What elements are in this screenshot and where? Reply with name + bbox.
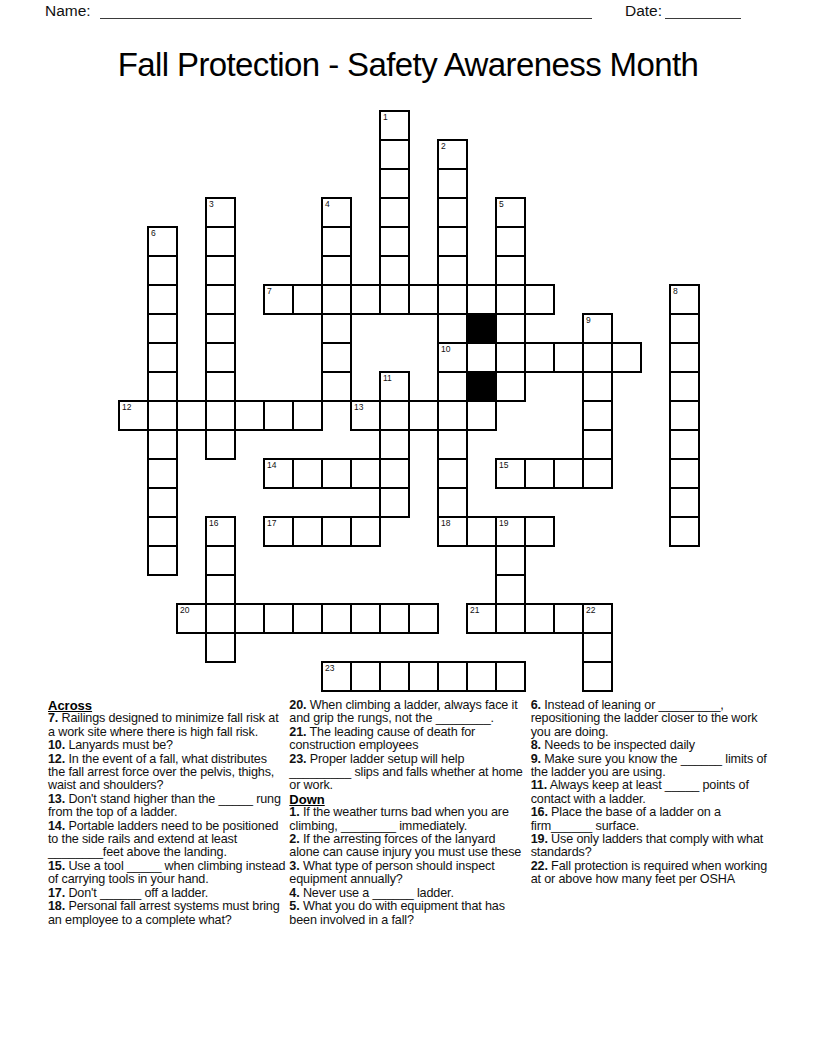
name-label: Name:: [45, 2, 91, 20]
grid-cell[interactable]: [466, 661, 497, 692]
clue-number: 6: [151, 228, 156, 238]
grid-cell[interactable]: [147, 429, 178, 460]
grid-cell[interactable]: [408, 284, 439, 315]
grid-cell[interactable]: [466, 400, 497, 431]
grid-cell[interactable]: [437, 487, 468, 518]
clue-across-18: 18. Personal fall arrest systems must br…: [48, 900, 285, 927]
date-label: Date:: [625, 2, 662, 20]
grid-cell[interactable]: 8: [669, 284, 700, 315]
grid-cell[interactable]: [234, 603, 265, 634]
grid-cell[interactable]: [669, 313, 700, 344]
grid-cell[interactable]: 13: [350, 400, 381, 431]
clue-number: 23: [325, 663, 334, 673]
grid-cell[interactable]: [553, 458, 584, 489]
grid-cell[interactable]: [263, 603, 294, 634]
clue-number-label: 14.: [48, 819, 65, 833]
grid-cell[interactable]: [379, 139, 410, 170]
grid-cell[interactable]: [495, 255, 526, 286]
grid-cell[interactable]: [147, 516, 178, 547]
grid-cell[interactable]: [669, 400, 700, 431]
grid-cell[interactable]: [205, 342, 236, 373]
clue-number: 9: [586, 315, 591, 325]
grid-cell[interactable]: [205, 632, 236, 663]
grid-cell[interactable]: [437, 197, 468, 228]
grid-cell[interactable]: [495, 574, 526, 605]
grid-cell[interactable]: [379, 226, 410, 257]
clue-down-9: 9. Make sure you know the ______ limits …: [531, 753, 772, 780]
clue-number-label: 13.: [48, 792, 65, 806]
clue-number-label: 9.: [531, 752, 541, 766]
grid-cell[interactable]: [466, 284, 497, 315]
grid-cell[interactable]: [147, 458, 178, 489]
grid-cell[interactable]: [379, 458, 410, 489]
clue-number-label: 17.: [48, 886, 65, 900]
grid-cell[interactable]: [669, 342, 700, 373]
grid-cell[interactable]: [437, 313, 468, 344]
clue-down-22: 22. Fall protection is required when wor…: [531, 860, 772, 887]
clue-number: 15: [499, 460, 508, 470]
grid-cell[interactable]: [379, 661, 410, 692]
clue-number-label: 1.: [289, 805, 299, 819]
grid-cell[interactable]: [205, 226, 236, 257]
grid-cell[interactable]: 4: [321, 197, 352, 228]
grid-cell[interactable]: 1: [379, 110, 410, 141]
grid-cell[interactable]: [408, 400, 439, 431]
clue-down-1: 1. If the weather turns bad when you are…: [289, 806, 526, 833]
grid-cell[interactable]: [321, 284, 352, 315]
clue-number: 21: [470, 605, 479, 615]
clue-number: 2: [441, 141, 446, 151]
grid-cell[interactable]: 14: [263, 458, 294, 489]
grid-cell[interactable]: [350, 516, 381, 547]
clue-across-15: 15. Use a tool _____ when climbing inste…: [48, 860, 285, 887]
clue-number: 5: [499, 199, 504, 209]
grid-cell[interactable]: [147, 487, 178, 518]
grid-cell[interactable]: 16: [205, 516, 236, 547]
clue-down-3: 3. What type of person should inspect eq…: [289, 860, 526, 887]
clue-down-19: 19. Use only ladders that comply with wh…: [531, 833, 772, 860]
grid-cell[interactable]: [524, 603, 555, 634]
grid-cell[interactable]: 22: [582, 603, 613, 634]
name-blank-line[interactable]: [100, 18, 592, 19]
grid-cell[interactable]: [321, 603, 352, 634]
clue-across-12: 12. In the event of a fall, what distrib…: [48, 753, 285, 793]
grid-cell[interactable]: 2: [437, 139, 468, 170]
grid-cell[interactable]: [321, 516, 352, 547]
black-cell: [466, 313, 497, 344]
grid-cell[interactable]: [495, 313, 526, 344]
grid-cell[interactable]: [669, 371, 700, 402]
grid-cell[interactable]: [379, 255, 410, 286]
grid-cell[interactable]: [553, 342, 584, 373]
grid-cell[interactable]: [582, 661, 613, 692]
grid-cell[interactable]: 12: [118, 400, 149, 431]
clue-section-header-across: Across: [48, 699, 285, 712]
grid-cell[interactable]: [524, 342, 555, 373]
grid-cell[interactable]: [582, 429, 613, 460]
clue-number: 10: [441, 344, 450, 354]
grid-cell[interactable]: [147, 545, 178, 576]
grid-cell[interactable]: [147, 400, 178, 431]
clue-number-label: 18.: [48, 899, 65, 913]
clue-down-8: 8. Needs to be inspected daily: [531, 739, 772, 752]
clue-number-label: 16.: [531, 805, 548, 819]
grid-cell[interactable]: 17: [263, 516, 294, 547]
clue-number-label: 19.: [531, 832, 548, 846]
clue-across-21: 21. The leading cause of death for const…: [289, 726, 526, 753]
grid-cell[interactable]: [205, 603, 236, 634]
clue-across-20: 20. When climbing a ladder, always face …: [289, 699, 526, 726]
black-cell: [466, 371, 497, 402]
grid-cell[interactable]: [263, 400, 294, 431]
clue-number-label: 10.: [48, 738, 65, 752]
grid-cell[interactable]: 19: [495, 516, 526, 547]
clue-number: 7: [267, 286, 272, 296]
grid-cell[interactable]: [437, 661, 468, 692]
grid-cell[interactable]: 7: [263, 284, 294, 315]
clue-number: 17: [267, 518, 276, 528]
grid-cell[interactable]: [205, 371, 236, 402]
grid-cell[interactable]: 21: [466, 603, 497, 634]
grid-cell[interactable]: [408, 603, 439, 634]
grid-cell[interactable]: [292, 400, 323, 431]
grid-cell[interactable]: [524, 516, 555, 547]
clue-number: 16: [209, 518, 218, 528]
grid-cell[interactable]: [495, 284, 526, 315]
grid-cell[interactable]: 15: [495, 458, 526, 489]
grid-cell[interactable]: [205, 400, 236, 431]
grid-cell[interactable]: [437, 371, 468, 402]
clue-number-label: 11.: [531, 778, 547, 792]
clue-number: 14: [267, 460, 276, 470]
clue-down-16: 16. Place the base of a ladder on a firm…: [531, 806, 772, 833]
clue-number: 1: [383, 112, 388, 122]
grid-cell[interactable]: [669, 429, 700, 460]
clue-number-label: 5.: [289, 899, 299, 913]
grid-cell[interactable]: [205, 574, 236, 605]
grid-cell[interactable]: [437, 226, 468, 257]
grid-cell[interactable]: [379, 603, 410, 634]
clue-number: 12: [122, 402, 131, 412]
clue-down-11: 11. Always keep at least _____ points of…: [531, 779, 772, 806]
grid-cell[interactable]: [147, 255, 178, 286]
clue-column: 6. Instead of leaning or _________, repo…: [531, 699, 772, 927]
clue-across-13: 13. Don't stand higher than the _____ ru…: [48, 793, 285, 820]
clue-column: Across7. Railings designed to minimize f…: [48, 699, 285, 927]
clue-section-header-down: Down: [289, 793, 526, 806]
grid-cell[interactable]: [321, 313, 352, 344]
grid-cell[interactable]: [321, 371, 352, 402]
grid-cell[interactable]: [669, 487, 700, 518]
clue-number-label: 21.: [289, 725, 306, 739]
grid-cell[interactable]: [205, 284, 236, 315]
grid-cell[interactable]: [553, 603, 584, 634]
clue-number-label: 15.: [48, 859, 65, 873]
grid-cell[interactable]: [611, 342, 642, 373]
clue-number: 19: [499, 518, 508, 528]
grid-cell[interactable]: [205, 429, 236, 460]
grid-cell[interactable]: [205, 545, 236, 576]
clue-number-label: 2.: [289, 832, 299, 846]
grid-cell[interactable]: 10: [437, 342, 468, 373]
grid-cell[interactable]: [437, 429, 468, 460]
page-title: Fall Protection - Safety Awareness Month: [0, 46, 816, 84]
grid-cell[interactable]: [234, 400, 265, 431]
clue-column: 20. When climbing a ladder, always face …: [289, 699, 526, 927]
grid-cell[interactable]: [147, 284, 178, 315]
clue-across-23: 23. Proper ladder setup will help ______…: [289, 753, 526, 793]
clue-number-label: 7.: [48, 711, 58, 725]
grid-cell[interactable]: [495, 603, 526, 634]
grid-cell[interactable]: 18: [437, 516, 468, 547]
grid-cell[interactable]: [437, 400, 468, 431]
date-blank-line[interactable]: [665, 18, 741, 19]
grid-cell[interactable]: [466, 342, 497, 373]
grid-cell[interactable]: [582, 400, 613, 431]
grid-cell[interactable]: [582, 342, 613, 373]
grid-cell[interactable]: [350, 603, 381, 634]
grid-cell[interactable]: [408, 661, 439, 692]
worksheet-page: { "header": { "name_label": "Name:", "da…: [0, 0, 816, 1056]
clue-down-6: 6. Instead of leaning or _________, repo…: [531, 699, 772, 739]
clue-down-2: 2. If the arresting forces of the lanyar…: [289, 833, 526, 860]
grid-cell[interactable]: [379, 400, 410, 431]
grid-cell[interactable]: [321, 226, 352, 257]
grid-cell[interactable]: [495, 545, 526, 576]
grid-cell[interactable]: [176, 400, 207, 431]
grid-cell[interactable]: [205, 313, 236, 344]
clue-across-7: 7. Railings designed to minimize fall ri…: [48, 712, 285, 739]
grid-cell[interactable]: [437, 284, 468, 315]
clue-number-label: 3.: [289, 859, 299, 873]
clue-number: 3: [209, 199, 214, 209]
grid-cell[interactable]: [495, 661, 526, 692]
clue-number-label: 12.: [48, 752, 65, 766]
grid-cell[interactable]: [495, 226, 526, 257]
grid-cell[interactable]: [669, 458, 700, 489]
clue-list: Across7. Railings designed to minimize f…: [48, 699, 772, 927]
grid-cell[interactable]: 9: [582, 313, 613, 344]
grid-cell[interactable]: [292, 458, 323, 489]
clue-number-label: 22.: [531, 859, 548, 873]
crossword-grid: 1234567891011121314151617181920212223: [118, 110, 700, 692]
grid-cell[interactable]: [321, 342, 352, 373]
clue-number-label: 4.: [289, 886, 299, 900]
grid-cell[interactable]: [147, 342, 178, 373]
grid-cell[interactable]: [524, 284, 555, 315]
clue-down-5: 5. What you do with equipment that has b…: [289, 900, 526, 927]
grid-cell[interactable]: [321, 255, 352, 286]
clue-across-14: 14. Portable ladders need to be position…: [48, 820, 285, 860]
grid-cell[interactable]: [350, 284, 381, 315]
grid-cell[interactable]: [292, 603, 323, 634]
clue-number-label: 20.: [289, 698, 306, 712]
grid-cell[interactable]: [350, 661, 381, 692]
grid-cell[interactable]: [205, 255, 236, 286]
grid-cell[interactable]: [321, 458, 352, 489]
grid-cell[interactable]: [147, 313, 178, 344]
clue-across-10: 10. Lanyards must be?: [48, 739, 285, 752]
grid-cell[interactable]: [437, 255, 468, 286]
grid-cell[interactable]: [437, 458, 468, 489]
clue-number-label: 8.: [531, 738, 541, 752]
grid-cell[interactable]: [379, 168, 410, 199]
grid-cell[interactable]: [379, 429, 410, 460]
grid-cell[interactable]: 5: [495, 197, 526, 228]
clue-number-label: 23.: [289, 752, 306, 766]
grid-cell[interactable]: [524, 458, 555, 489]
grid-cell[interactable]: [379, 487, 410, 518]
grid-cell[interactable]: 3: [205, 197, 236, 228]
clue-down-4: 4. Never use a ______ ladder.: [289, 887, 526, 900]
grid-cell[interactable]: 20: [176, 603, 207, 634]
grid-cell[interactable]: [495, 342, 526, 373]
clue-number: 22: [586, 605, 595, 615]
clue-across-17: 17. Don't ______ off a ladder.: [48, 887, 285, 900]
grid-cell[interactable]: [350, 458, 381, 489]
clue-number: 8: [673, 286, 678, 296]
grid-cell[interactable]: [379, 284, 410, 315]
grid-cell[interactable]: 11: [379, 371, 410, 402]
grid-cell[interactable]: [582, 371, 613, 402]
grid-cell[interactable]: [495, 371, 526, 402]
grid-cell[interactable]: 23: [321, 661, 352, 692]
clue-number: 20: [180, 605, 189, 615]
grid-cell[interactable]: [437, 168, 468, 199]
grid-cell[interactable]: [379, 197, 410, 228]
grid-cell[interactable]: [292, 284, 323, 315]
grid-cell[interactable]: [582, 632, 613, 663]
grid-cell[interactable]: [147, 371, 178, 402]
grid-cell[interactable]: 6: [147, 226, 178, 257]
grid-cell[interactable]: [292, 516, 323, 547]
clue-number: 11: [383, 373, 392, 383]
clue-number: 13: [354, 402, 363, 412]
grid-cell[interactable]: [669, 516, 700, 547]
clue-number-label: 6.: [531, 698, 541, 712]
clue-number: 18: [441, 518, 450, 528]
clue-number: 4: [325, 199, 330, 209]
grid-cell[interactable]: [582, 458, 613, 489]
grid-cell[interactable]: [466, 516, 497, 547]
